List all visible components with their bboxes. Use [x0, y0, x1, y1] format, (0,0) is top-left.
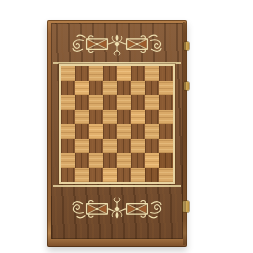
- board-square: [131, 81, 145, 96]
- bottom-inlay-ornament: [69, 195, 165, 222]
- chessboard-frame: [59, 64, 175, 184]
- board-square: [117, 110, 131, 125]
- board-square: [117, 153, 131, 168]
- board-square: [131, 153, 145, 168]
- board-square: [159, 81, 173, 96]
- board-square: [145, 95, 159, 110]
- board-square: [61, 95, 75, 110]
- board-square: [75, 81, 89, 96]
- board-square: [131, 124, 145, 139]
- board-square: [145, 139, 159, 154]
- board-square: [89, 110, 103, 125]
- chessboard: [61, 66, 173, 182]
- board-square: [145, 81, 159, 96]
- board-square: [61, 110, 75, 125]
- floral-scroll-inlay-icon: [69, 195, 165, 222]
- brass-hinge-icon: [184, 42, 189, 50]
- board-square: [159, 153, 173, 168]
- board-square: [75, 124, 89, 139]
- board-square: [117, 168, 131, 183]
- board-square: [89, 168, 103, 183]
- board-square: [75, 110, 89, 125]
- top-inlay-ornament: [69, 31, 165, 58]
- board-square: [103, 139, 117, 154]
- board-square: [103, 95, 117, 110]
- brass-hinge-icon: [184, 82, 189, 90]
- board-square: [61, 66, 75, 81]
- board-square: [131, 95, 145, 110]
- board-square: [75, 66, 89, 81]
- board-square: [117, 139, 131, 154]
- board-square: [145, 124, 159, 139]
- board-square: [145, 168, 159, 183]
- board-square: [131, 66, 145, 81]
- board-square: [159, 110, 173, 125]
- board-square: [61, 153, 75, 168]
- board-square: [75, 95, 89, 110]
- board-square: [159, 124, 173, 139]
- brass-clasp-icon: [183, 201, 189, 212]
- board-square: [61, 168, 75, 183]
- case-face: [51, 23, 183, 239]
- floral-scroll-inlay-icon: [69, 31, 165, 58]
- board-square: [103, 66, 117, 81]
- board-square: [75, 153, 89, 168]
- board-square: [103, 81, 117, 96]
- board-square: [103, 153, 117, 168]
- board-square: [103, 124, 117, 139]
- board-square: [117, 81, 131, 96]
- board-square: [117, 124, 131, 139]
- board-square: [61, 81, 75, 96]
- board-square: [89, 139, 103, 154]
- board-square: [159, 139, 173, 154]
- board-square: [103, 168, 117, 183]
- photo-background: [0, 0, 253, 253]
- board-square: [145, 66, 159, 81]
- board-square: [89, 95, 103, 110]
- board-square: [89, 81, 103, 96]
- board-square: [159, 66, 173, 81]
- board-square: [103, 110, 117, 125]
- inlay-seam-line-bottom: [53, 185, 181, 187]
- board-square: [159, 95, 173, 110]
- wooden-game-case: [47, 20, 187, 247]
- board-square: [117, 95, 131, 110]
- board-square: [89, 66, 103, 81]
- board-square: [75, 168, 89, 183]
- board-square: [117, 66, 131, 81]
- board-square: [89, 124, 103, 139]
- board-square: [89, 153, 103, 168]
- board-square: [61, 139, 75, 154]
- board-square: [131, 168, 145, 183]
- board-square: [131, 110, 145, 125]
- board-square: [145, 153, 159, 168]
- board-square: [75, 139, 89, 154]
- board-square: [61, 124, 75, 139]
- board-square: [159, 168, 173, 183]
- board-square: [131, 139, 145, 154]
- board-square: [145, 110, 159, 125]
